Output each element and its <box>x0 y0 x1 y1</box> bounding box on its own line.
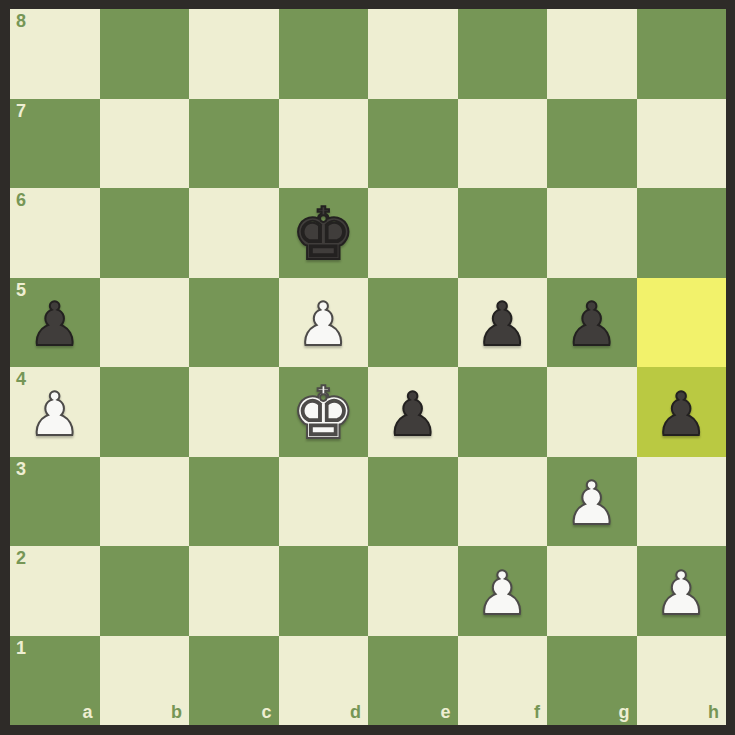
white-pawn[interactable]: ♟ <box>296 294 350 354</box>
square-e4[interactable]: ♟ <box>368 367 458 457</box>
black-pawn[interactable]: ♟ <box>28 294 82 354</box>
file-label-f: f <box>534 703 540 721</box>
rank-label-4: 4 <box>16 370 26 388</box>
square-d2[interactable] <box>279 546 369 636</box>
square-b3[interactable] <box>100 457 190 547</box>
square-g8[interactable] <box>547 9 637 99</box>
square-f3[interactable] <box>458 457 548 547</box>
square-a5[interactable]: 5♟ <box>10 278 100 368</box>
square-c4[interactable] <box>189 367 279 457</box>
square-f6[interactable] <box>458 188 548 278</box>
square-h7[interactable] <box>637 99 727 189</box>
square-b4[interactable] <box>100 367 190 457</box>
rank-label-3: 3 <box>16 460 26 478</box>
square-f2[interactable]: ♟ <box>458 546 548 636</box>
square-g6[interactable] <box>547 188 637 278</box>
square-d6[interactable]: ♚ <box>279 188 369 278</box>
black-pawn[interactable]: ♟ <box>565 294 619 354</box>
rank-label-8: 8 <box>16 12 26 30</box>
square-a2[interactable]: 2 <box>10 546 100 636</box>
rank-label-1: 1 <box>16 639 26 657</box>
black-pawn[interactable]: ♟ <box>386 384 440 444</box>
rank-label-7: 7 <box>16 102 26 120</box>
square-c2[interactable] <box>189 546 279 636</box>
square-g1[interactable]: g <box>547 636 637 726</box>
white-king[interactable]: ♚ <box>291 377 356 449</box>
square-h2[interactable]: ♟ <box>637 546 727 636</box>
square-f4[interactable] <box>458 367 548 457</box>
square-a1[interactable]: 1a <box>10 636 100 726</box>
rank-label-6: 6 <box>16 191 26 209</box>
square-a3[interactable]: 3 <box>10 457 100 547</box>
file-label-d: d <box>350 703 361 721</box>
square-e5[interactable] <box>368 278 458 368</box>
square-f5[interactable]: ♟ <box>458 278 548 368</box>
black-pawn[interactable]: ♟ <box>475 294 529 354</box>
square-b6[interactable] <box>100 188 190 278</box>
white-pawn[interactable]: ♟ <box>654 563 708 623</box>
white-pawn[interactable]: ♟ <box>475 563 529 623</box>
square-d1[interactable]: d <box>279 636 369 726</box>
black-king[interactable]: ♚ <box>291 198 356 270</box>
square-h4[interactable]: ♟ <box>637 367 727 457</box>
black-pawn[interactable]: ♟ <box>654 384 708 444</box>
square-h1[interactable]: h <box>637 636 727 726</box>
file-label-b: b <box>171 703 182 721</box>
square-a7[interactable]: 7 <box>10 99 100 189</box>
square-g4[interactable] <box>547 367 637 457</box>
square-f7[interactable] <box>458 99 548 189</box>
file-label-h: h <box>708 703 719 721</box>
square-e2[interactable] <box>368 546 458 636</box>
square-c6[interactable] <box>189 188 279 278</box>
square-d5[interactable]: ♟ <box>279 278 369 368</box>
square-c3[interactable] <box>189 457 279 547</box>
square-g3[interactable]: ♟ <box>547 457 637 547</box>
square-f1[interactable]: f <box>458 636 548 726</box>
square-d4[interactable]: ♚ <box>279 367 369 457</box>
square-a6[interactable]: 6 <box>10 188 100 278</box>
white-pawn[interactable]: ♟ <box>565 473 619 533</box>
square-c5[interactable] <box>189 278 279 368</box>
file-label-a: a <box>82 703 92 721</box>
square-h3[interactable] <box>637 457 727 547</box>
square-g5[interactable]: ♟ <box>547 278 637 368</box>
square-e8[interactable] <box>368 9 458 99</box>
rank-label-2: 2 <box>16 549 26 567</box>
square-b2[interactable] <box>100 546 190 636</box>
square-e1[interactable]: e <box>368 636 458 726</box>
square-e7[interactable] <box>368 99 458 189</box>
square-f8[interactable] <box>458 9 548 99</box>
rank-label-5: 5 <box>16 281 26 299</box>
chess-board: 876♚5♟♟♟♟4♟♚♟♟3♟2♟♟1abcdefgh <box>10 9 726 725</box>
square-b5[interactable] <box>100 278 190 368</box>
square-b1[interactable]: b <box>100 636 190 726</box>
square-e6[interactable] <box>368 188 458 278</box>
square-g7[interactable] <box>547 99 637 189</box>
square-g2[interactable] <box>547 546 637 636</box>
square-d3[interactable] <box>279 457 369 547</box>
file-label-e: e <box>440 703 450 721</box>
square-e3[interactable] <box>368 457 458 547</box>
file-label-g: g <box>619 703 630 721</box>
square-a4[interactable]: 4♟ <box>10 367 100 457</box>
file-label-c: c <box>261 703 271 721</box>
square-d8[interactable] <box>279 9 369 99</box>
square-h8[interactable] <box>637 9 727 99</box>
square-d7[interactable] <box>279 99 369 189</box>
square-b7[interactable] <box>100 99 190 189</box>
square-h5[interactable] <box>637 278 727 368</box>
square-b8[interactable] <box>100 9 190 99</box>
square-c1[interactable]: c <box>189 636 279 726</box>
square-c8[interactable] <box>189 9 279 99</box>
square-c7[interactable] <box>189 99 279 189</box>
square-h6[interactable] <box>637 188 727 278</box>
square-a8[interactable]: 8 <box>10 9 100 99</box>
white-pawn[interactable]: ♟ <box>28 384 82 444</box>
